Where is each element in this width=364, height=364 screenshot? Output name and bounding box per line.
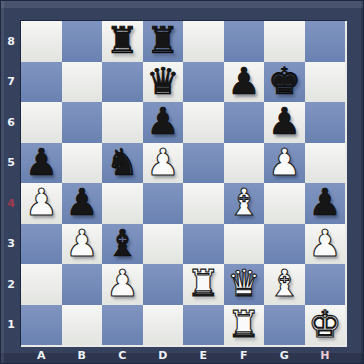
rank-label-8: 8 <box>1 21 21 62</box>
square-f3[interactable] <box>224 224 265 265</box>
square-b7[interactable] <box>62 62 103 103</box>
square-d3[interactable] <box>143 224 184 265</box>
piece-black-pawn[interactable]: ♟ <box>308 183 341 223</box>
square-e3[interactable] <box>183 224 224 265</box>
square-e1[interactable] <box>183 305 224 346</box>
square-e2[interactable]: ♜ <box>183 264 224 305</box>
file-label-e: E <box>183 347 224 363</box>
chess-board: ♜♜♛♟♚♟♟♟♞♟♟♟♟♝♟♟♝♟♟♜♛♝♜♚ <box>21 21 347 347</box>
square-d5[interactable]: ♟ <box>143 143 184 184</box>
piece-white-queen[interactable]: ♛ <box>227 264 260 304</box>
square-f1[interactable]: ♜ <box>224 305 265 346</box>
square-b2[interactable] <box>62 264 103 305</box>
rank-label-2: 2 <box>1 264 21 305</box>
square-b5[interactable] <box>62 143 103 184</box>
square-g4[interactable] <box>264 183 305 224</box>
chessboard-frame: 87654321 ♜♜♛♟♚♟♟♟♞♟♟♟♟♝♟♟♝♟♟♜♛♝♜♚ ABCDEF… <box>0 0 364 364</box>
square-h4[interactable]: ♟ <box>305 183 346 224</box>
square-a6[interactable] <box>21 102 62 143</box>
piece-black-bishop[interactable]: ♝ <box>106 224 139 264</box>
piece-black-queen[interactable]: ♛ <box>146 62 179 102</box>
square-a5[interactable]: ♟ <box>21 143 62 184</box>
piece-white-pawn[interactable]: ♟ <box>146 143 179 183</box>
rank-label-6: 6 <box>1 102 21 143</box>
piece-white-pawn[interactable]: ♟ <box>65 224 98 264</box>
piece-white-rook[interactable]: ♜ <box>187 264 220 304</box>
piece-black-rook[interactable]: ♜ <box>146 21 179 61</box>
square-e7[interactable] <box>183 62 224 103</box>
square-h8[interactable] <box>305 21 346 62</box>
square-d6[interactable]: ♟ <box>143 102 184 143</box>
square-a8[interactable] <box>21 21 62 62</box>
square-d4[interactable] <box>143 183 184 224</box>
file-label-f: F <box>224 347 265 363</box>
square-c5[interactable]: ♞ <box>102 143 143 184</box>
piece-black-pawn[interactable]: ♟ <box>268 102 301 142</box>
square-e6[interactable] <box>183 102 224 143</box>
square-b1[interactable] <box>62 305 103 346</box>
square-d2[interactable] <box>143 264 184 305</box>
rank-labels: 87654321 <box>1 21 21 345</box>
square-c2[interactable]: ♟ <box>102 264 143 305</box>
rank-label-5: 5 <box>1 143 21 184</box>
square-c4[interactable] <box>102 183 143 224</box>
square-b6[interactable] <box>62 102 103 143</box>
rank-label-3: 3 <box>1 224 21 265</box>
square-c1[interactable] <box>102 305 143 346</box>
square-a7[interactable] <box>21 62 62 103</box>
square-h7[interactable] <box>305 62 346 103</box>
piece-black-knight[interactable]: ♞ <box>106 143 139 183</box>
piece-black-pawn[interactable]: ♟ <box>65 183 98 223</box>
square-c7[interactable] <box>102 62 143 103</box>
square-f7[interactable]: ♟ <box>224 62 265 103</box>
square-b4[interactable]: ♟ <box>62 183 103 224</box>
rank-label-7: 7 <box>1 62 21 103</box>
square-h5[interactable] <box>305 143 346 184</box>
square-c3[interactable]: ♝ <box>102 224 143 265</box>
file-label-g: G <box>264 347 305 363</box>
square-h3[interactable]: ♟ <box>305 224 346 265</box>
square-b3[interactable]: ♟ <box>62 224 103 265</box>
file-labels: ABCDEFGH <box>21 347 345 363</box>
square-e5[interactable] <box>183 143 224 184</box>
square-g8[interactable] <box>264 21 305 62</box>
piece-black-pawn[interactable]: ♟ <box>146 102 179 142</box>
square-f5[interactable] <box>224 143 265 184</box>
rank-label-1: 1 <box>1 305 21 346</box>
square-g7[interactable]: ♚ <box>264 62 305 103</box>
square-f2[interactable]: ♛ <box>224 264 265 305</box>
square-g3[interactable] <box>264 224 305 265</box>
piece-white-pawn[interactable]: ♟ <box>25 183 58 223</box>
piece-white-bishop[interactable]: ♝ <box>268 264 301 304</box>
piece-white-rook[interactable]: ♜ <box>227 305 260 345</box>
square-d7[interactable]: ♛ <box>143 62 184 103</box>
square-h2[interactable] <box>305 264 346 305</box>
square-a1[interactable] <box>21 305 62 346</box>
square-c6[interactable] <box>102 102 143 143</box>
piece-black-pawn[interactable]: ♟ <box>227 62 260 102</box>
square-d8[interactable]: ♜ <box>143 21 184 62</box>
square-h6[interactable] <box>305 102 346 143</box>
piece-white-bishop[interactable]: ♝ <box>227 183 260 223</box>
square-d1[interactable] <box>143 305 184 346</box>
file-label-c: C <box>102 347 143 363</box>
square-e4[interactable] <box>183 183 224 224</box>
square-h1[interactable]: ♚ <box>305 305 346 346</box>
square-a4[interactable]: ♟ <box>21 183 62 224</box>
square-g2[interactable]: ♝ <box>264 264 305 305</box>
piece-black-pawn[interactable]: ♟ <box>25 143 58 183</box>
square-b8[interactable] <box>62 21 103 62</box>
square-f4[interactable]: ♝ <box>224 183 265 224</box>
square-a3[interactable] <box>21 224 62 265</box>
square-f6[interactable] <box>224 102 265 143</box>
file-label-a: A <box>21 347 62 363</box>
square-f8[interactable] <box>224 21 265 62</box>
piece-white-pawn[interactable]: ♟ <box>268 143 301 183</box>
file-label-d: D <box>143 347 184 363</box>
piece-black-rook[interactable]: ♜ <box>106 21 139 61</box>
square-g6[interactable]: ♟ <box>264 102 305 143</box>
piece-white-pawn[interactable]: ♟ <box>106 264 139 304</box>
file-label-h: H <box>305 347 346 363</box>
piece-white-king[interactable]: ♚ <box>308 305 341 345</box>
file-label-b: B <box>62 347 103 363</box>
square-a2[interactable] <box>21 264 62 305</box>
rank-label-4: 4 <box>1 183 21 224</box>
square-c8[interactable]: ♜ <box>102 21 143 62</box>
square-g5[interactable]: ♟ <box>264 143 305 184</box>
piece-black-king[interactable]: ♚ <box>268 62 301 102</box>
square-g1[interactable] <box>264 305 305 346</box>
square-e8[interactable] <box>183 21 224 62</box>
piece-white-pawn[interactable]: ♟ <box>308 224 341 264</box>
